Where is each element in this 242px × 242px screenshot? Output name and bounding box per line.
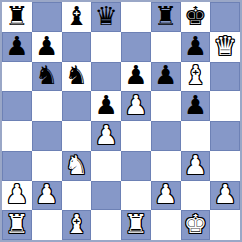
square-d2[interactable] [91,181,121,211]
square-a1[interactable]: ♜ [2,210,32,240]
square-e6[interactable]: ♟ [121,62,151,92]
white-pawn: ♟ [94,122,117,148]
square-d5[interactable]: ♟ [91,91,121,121]
white-pawn: ♟ [124,92,147,118]
square-b7[interactable]: ♟ [32,32,62,62]
square-c7[interactable] [62,32,92,62]
white-pawn: ♟ [184,152,207,178]
square-g8[interactable]: ♚ [181,2,211,32]
square-h3[interactable] [210,151,240,181]
square-b6[interactable]: ♞ [32,62,62,92]
square-h1[interactable] [210,210,240,240]
square-a3[interactable] [2,151,32,181]
square-b8[interactable] [32,2,62,32]
black-knight: ♞ [65,62,88,88]
black-pawn: ♟ [5,33,28,59]
square-d7[interactable] [91,32,121,62]
square-e4[interactable] [121,121,151,151]
square-c4[interactable] [62,121,92,151]
black-rook: ♜ [5,3,28,29]
white-pawn: ♟ [213,181,236,207]
black-rook: ♜ [154,3,177,29]
square-e1[interactable]: ♜ [121,210,151,240]
black-pawn: ♟ [184,33,207,59]
square-a7[interactable]: ♟ [2,32,32,62]
black-knight: ♞ [35,62,58,88]
square-g5[interactable]: ♟ [181,91,211,121]
square-g3[interactable]: ♟ [181,151,211,181]
square-a6[interactable] [2,62,32,92]
square-e8[interactable] [121,2,151,32]
square-g4[interactable] [181,121,211,151]
square-c8[interactable]: ♝ [62,2,92,32]
white-bishop: ♝ [184,62,207,88]
white-pawn: ♟ [5,181,28,207]
square-d8[interactable]: ♛ [91,2,121,32]
black-pawn: ♟ [184,92,207,118]
square-f2[interactable]: ♟ [151,181,181,211]
square-e2[interactable] [121,181,151,211]
black-pawn: ♟ [35,33,58,59]
square-g1[interactable]: ♚ [181,210,211,240]
white-king: ♚ [184,211,207,237]
square-h4[interactable] [210,121,240,151]
square-e7[interactable] [121,32,151,62]
square-b2[interactable]: ♟ [32,181,62,211]
white-rook: ♜ [5,211,28,237]
square-c3[interactable]: ♞ [62,151,92,181]
square-c2[interactable] [62,181,92,211]
black-pawn: ♟ [94,92,117,118]
square-g2[interactable] [181,181,211,211]
square-c6[interactable]: ♞ [62,62,92,92]
white-queen: ♛ [213,33,236,59]
square-g7[interactable]: ♟ [181,32,211,62]
square-b1[interactable] [32,210,62,240]
square-a2[interactable]: ♟ [2,181,32,211]
square-f3[interactable] [151,151,181,181]
black-queen: ♛ [94,3,117,29]
square-a5[interactable] [2,91,32,121]
square-a4[interactable] [2,121,32,151]
square-c5[interactable] [62,91,92,121]
white-rook: ♜ [124,211,147,237]
square-e5[interactable]: ♟ [121,91,151,121]
white-bishop: ♝ [65,211,88,237]
white-pawn: ♟ [154,181,177,207]
square-f7[interactable] [151,32,181,62]
white-knight: ♞ [65,152,88,178]
square-d3[interactable] [91,151,121,181]
square-f5[interactable] [151,91,181,121]
square-d6[interactable] [91,62,121,92]
square-g6[interactable]: ♝ [181,62,211,92]
black-pawn: ♟ [124,62,147,88]
white-pawn: ♟ [35,181,58,207]
square-f8[interactable]: ♜ [151,2,181,32]
chess-board: ♜♝♛♜♚♟♟♟♛♞♞♟♟♝♟♟♟♟♞♟♟♟♟♟♜♝♜♚ [0,0,242,242]
square-h8[interactable] [210,2,240,32]
square-c1[interactable]: ♝ [62,210,92,240]
black-king: ♚ [184,3,207,29]
square-b5[interactable] [32,91,62,121]
square-b4[interactable] [32,121,62,151]
square-f1[interactable] [151,210,181,240]
square-e3[interactable] [121,151,151,181]
square-h5[interactable] [210,91,240,121]
square-h6[interactable] [210,62,240,92]
square-b3[interactable] [32,151,62,181]
black-bishop: ♝ [65,3,88,29]
square-f4[interactable] [151,121,181,151]
square-d4[interactable]: ♟ [91,121,121,151]
square-h2[interactable]: ♟ [210,181,240,211]
square-h7[interactable]: ♛ [210,32,240,62]
black-pawn: ♟ [154,62,177,88]
square-a8[interactable]: ♜ [2,2,32,32]
square-d1[interactable] [91,210,121,240]
square-f6[interactable]: ♟ [151,62,181,92]
